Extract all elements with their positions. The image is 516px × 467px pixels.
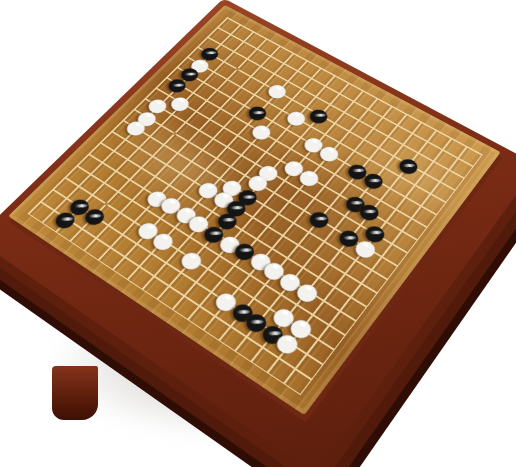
black-stone: ●	[308, 208, 334, 230]
white-stone: ●	[267, 81, 291, 99]
black-stone: ●	[362, 170, 387, 191]
black-stone: ●	[247, 103, 271, 122]
go-table-photo: ●●●●●●●●●●●●●●●●●●●●●●●●●●●●●●●●●●●●●●●●…	[0, 0, 516, 467]
white-stone: ●	[179, 249, 206, 272]
white-stone: ●	[298, 167, 323, 187]
white-stone: ●	[125, 118, 150, 137]
table-leg-front-left	[52, 366, 98, 420]
white-stone: ●	[286, 108, 310, 127]
black-stone: ●	[308, 106, 332, 125]
black-stone: ●	[166, 76, 190, 94]
black-stone: ●	[54, 208, 80, 230]
black-stone: ●	[397, 156, 422, 176]
white-stone: ●	[251, 122, 275, 141]
